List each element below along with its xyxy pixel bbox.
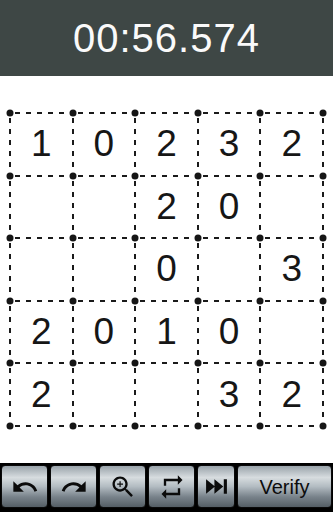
grid-dot [257,235,264,242]
h-edge-r5c0[interactable] [15,425,68,427]
cell-r4c3[interactable]: 1 [135,301,198,364]
cell-r4c4[interactable]: 0 [198,301,261,364]
app-root: 00:56.574 1023220032010232 [0,0,333,512]
grid-dot [69,110,76,117]
v-edge-r3c3[interactable] [197,306,199,359]
grid-dot [132,110,139,117]
grid-dot [194,360,201,367]
h-edge-r4c1[interactable] [78,362,131,364]
redo-button[interactable] [50,465,97,508]
h-edge-r2c3[interactable] [203,237,256,239]
grid-dot [7,297,14,304]
repeat-icon [158,473,186,501]
v-edge-r3c1[interactable] [72,306,74,359]
v-edge-r3c0[interactable] [9,306,11,359]
grid-dot [257,360,264,367]
cell-r3c2[interactable] [73,238,136,301]
v-edge-r4c2[interactable] [134,368,136,421]
h-edge-r2c1[interactable] [78,237,131,239]
undo-icon [11,473,39,501]
v-edge-r4c0[interactable] [9,368,11,421]
grid-dot [132,235,139,242]
cell-r1c1[interactable]: 1 [10,113,73,176]
v-edge-r2c2[interactable] [134,243,136,296]
cell-r2c5[interactable] [260,176,323,239]
v-edge-r2c1[interactable] [72,243,74,296]
h-edge-r5c3[interactable] [203,425,256,427]
v-edge-r4c5[interactable] [322,368,324,421]
h-edge-r0c0[interactable] [15,112,68,114]
h-edge-r0c4[interactable] [265,112,318,114]
v-edge-r0c0[interactable] [9,118,11,171]
verify-label: Verify [259,477,309,497]
grid-dot [7,360,14,367]
v-edge-r1c4[interactable] [259,181,261,234]
grid-dot [132,297,139,304]
restart-button[interactable] [148,465,195,508]
grid-dot [320,172,327,179]
v-edge-r1c0[interactable] [9,181,11,234]
cell-r4c1[interactable]: 2 [10,301,73,364]
v-edge-r4c3[interactable] [197,368,199,421]
cell-r1c2[interactable]: 0 [73,113,136,176]
grid-dot [320,110,327,117]
h-edge-r5c1[interactable] [78,425,131,427]
v-edge-r0c2[interactable] [134,118,136,171]
skip-to-end-icon [204,474,229,499]
v-edge-r0c5[interactable] [322,118,324,171]
magnifier-plus-icon [109,473,137,501]
grid-dot [69,172,76,179]
cell-r5c1[interactable]: 2 [10,363,73,426]
h-edge-r3c4[interactable] [265,300,318,302]
grid-dot [7,172,14,179]
grid-dot [257,110,264,117]
cell-r2c3[interactable]: 2 [135,176,198,239]
undo-button[interactable] [1,465,48,508]
h-edge-r3c0[interactable] [15,300,68,302]
grid-dot [69,360,76,367]
toolbar: Verify [0,463,333,512]
cell-r1c4[interactable]: 3 [198,113,261,176]
grid-dot [194,297,201,304]
zoom-in-button[interactable] [99,465,146,508]
grid-dot [132,360,139,367]
cell-r5c5[interactable]: 2 [260,363,323,426]
cell-r1c5[interactable]: 2 [260,113,323,176]
grid-dot [194,235,201,242]
h-edge-r4c2[interactable] [140,362,193,364]
h-edge-r3c3[interactable] [203,300,256,302]
h-edge-r1c4[interactable] [265,175,318,177]
v-edge-r2c3[interactable] [197,243,199,296]
cell-r4c2[interactable]: 0 [73,301,136,364]
h-edge-r1c3[interactable] [203,175,256,177]
h-edge-r5c4[interactable] [265,425,318,427]
grid-dot [257,172,264,179]
puzzle-area: 1023220032010232 [0,76,333,463]
h-edge-r4c0[interactable] [15,362,68,364]
h-edge-r0c2[interactable] [140,112,193,114]
timer-display: 00:56.574 [73,18,260,58]
h-edge-r0c1[interactable] [78,112,131,114]
grid-dot [69,235,76,242]
cell-r3c5[interactable]: 3 [260,238,323,301]
cell-r3c4[interactable] [198,238,261,301]
cell-r3c3[interactable]: 0 [135,238,198,301]
cell-r4c5[interactable] [260,301,323,364]
h-edge-r4c3[interactable] [203,362,256,364]
h-edge-r2c0[interactable] [15,237,68,239]
grid-dot [320,423,327,430]
grid-dot [194,423,201,430]
cell-r2c2[interactable] [73,176,136,239]
grid-dot [7,423,14,430]
h-edge-r3c2[interactable] [140,300,193,302]
slitherlink-board[interactable]: 1023220032010232 [10,113,323,426]
cell-r2c4[interactable]: 0 [198,176,261,239]
grid-dot [194,110,201,117]
v-edge-r2c4[interactable] [259,243,261,296]
grid-dot [69,297,76,304]
grid-dot [132,423,139,430]
grid-dot [320,360,327,367]
v-edge-r4c4[interactable] [259,368,261,421]
grid-dot [7,235,14,242]
verify-button[interactable]: Verify [237,465,332,508]
h-edge-r1c0[interactable] [15,175,68,177]
v-edge-r1c3[interactable] [197,181,199,234]
skip-button[interactable] [197,465,235,508]
h-edge-r4c4[interactable] [265,362,318,364]
cell-r5c3[interactable] [135,363,198,426]
grid-dot [257,423,264,430]
h-edge-r1c2[interactable] [140,175,193,177]
v-edge-r0c3[interactable] [197,118,199,171]
v-edge-r4c1[interactable] [72,368,74,421]
timer-bar: 00:56.574 [0,0,333,76]
v-edge-r3c2[interactable] [134,306,136,359]
grid-dot [132,172,139,179]
redo-icon [60,473,88,501]
grid-dot [69,423,76,430]
v-edge-r3c5[interactable] [322,306,324,359]
h-edge-r2c4[interactable] [265,237,318,239]
v-edge-r1c1[interactable] [72,181,74,234]
h-edge-r5c2[interactable] [140,425,193,427]
cell-r1c3[interactable]: 2 [135,113,198,176]
grid-dot [320,235,327,242]
h-edge-r3c1[interactable] [78,300,131,302]
v-edge-r1c5[interactable] [322,181,324,234]
grid-dot [257,297,264,304]
v-edge-r3c4[interactable] [259,306,261,359]
cell-r2c1[interactable] [10,176,73,239]
v-edge-r0c4[interactable] [259,118,261,171]
cell-r5c4[interactable]: 3 [198,363,261,426]
v-edge-r2c5[interactable] [322,243,324,296]
cell-r3c1[interactable] [10,238,73,301]
v-edge-r1c2[interactable] [134,181,136,234]
cell-r5c2[interactable] [73,363,136,426]
grid-dot [194,172,201,179]
h-edge-r2c2[interactable] [140,237,193,239]
grid-dot [320,297,327,304]
grid-dot [7,110,14,117]
v-edge-r2c0[interactable] [9,243,11,296]
v-edge-r0c1[interactable] [72,118,74,171]
h-edge-r0c3[interactable] [203,112,256,114]
h-edge-r1c1[interactable] [78,175,131,177]
